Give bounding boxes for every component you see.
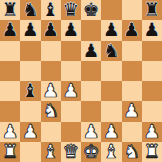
piece-white-pawn[interactable]: ♟ [42, 81, 59, 101]
square-h8[interactable]: ♜ [142, 0, 162, 20]
square-e8[interactable]: ♚ [81, 0, 101, 20]
square-c8[interactable]: ♝ [41, 0, 61, 20]
square-b7[interactable]: ♟ [20, 20, 40, 40]
square-f4[interactable] [101, 81, 121, 101]
square-f3[interactable] [101, 101, 121, 121]
square-g4[interactable] [122, 81, 142, 101]
piece-black-pawn[interactable]: ♟ [144, 20, 161, 40]
square-h3[interactable] [142, 101, 162, 121]
square-h4[interactable] [142, 81, 162, 101]
square-e4[interactable] [81, 81, 101, 101]
square-d2[interactable] [61, 122, 81, 142]
piece-black-pawn[interactable]: ♟ [42, 20, 59, 40]
square-h5[interactable] [142, 61, 162, 81]
piece-black-king[interactable]: ♚ [83, 0, 100, 20]
square-e7[interactable] [81, 20, 101, 40]
piece-black-bishop[interactable]: ♝ [42, 0, 59, 20]
square-f6[interactable]: ♞ [101, 41, 121, 61]
square-e6[interactable]: ♟ [81, 41, 101, 61]
piece-white-pawn[interactable]: ♟ [123, 101, 140, 121]
square-d5[interactable] [61, 61, 81, 81]
square-a3[interactable] [0, 101, 20, 121]
piece-white-bishop[interactable]: ♝ [103, 142, 120, 162]
square-c7[interactable]: ♟ [41, 20, 61, 40]
square-g6[interactable] [122, 41, 142, 61]
square-a6[interactable] [0, 41, 20, 61]
square-b4[interactable]: ♝ [20, 81, 40, 101]
square-g8[interactable] [122, 0, 142, 20]
square-b3[interactable] [20, 101, 40, 121]
square-c6[interactable] [41, 41, 61, 61]
square-h2[interactable]: ♟ [142, 122, 162, 142]
piece-white-pawn[interactable]: ♟ [63, 81, 80, 101]
square-f5[interactable] [101, 61, 121, 81]
piece-black-knight[interactable]: ♞ [22, 0, 39, 20]
square-f2[interactable]: ♟ [101, 122, 121, 142]
piece-black-pawn[interactable]: ♟ [123, 20, 140, 40]
piece-black-queen[interactable]: ♛ [63, 0, 80, 20]
square-b6[interactable] [20, 41, 40, 61]
square-a2[interactable]: ♟ [0, 122, 20, 142]
square-d7[interactable]: ♟ [61, 20, 81, 40]
square-c1[interactable]: ♝ [41, 142, 61, 162]
square-f8[interactable] [101, 0, 121, 20]
piece-white-pawn[interactable]: ♟ [103, 122, 120, 142]
square-g3[interactable]: ♟ [122, 101, 142, 121]
square-a4[interactable] [0, 81, 20, 101]
square-a1[interactable]: ♜ [0, 142, 20, 162]
piece-white-king[interactable]: ♚ [83, 142, 100, 162]
square-g7[interactable]: ♟ [122, 20, 142, 40]
piece-black-pawn[interactable]: ♟ [22, 20, 39, 40]
piece-white-knight[interactable]: ♞ [123, 142, 140, 162]
piece-white-knight[interactable]: ♞ [42, 101, 59, 121]
piece-black-bishop[interactable]: ♝ [22, 81, 39, 101]
square-b2[interactable]: ♟ [20, 122, 40, 142]
piece-white-rook[interactable]: ♜ [144, 142, 161, 162]
piece-black-pawn[interactable]: ♟ [63, 20, 80, 40]
square-b8[interactable]: ♞ [20, 0, 40, 20]
square-a5[interactable] [0, 61, 20, 81]
square-c2[interactable] [41, 122, 61, 142]
chess-board: ♜♞♝♛♚♜♟♟♟♟♟♟♟♟♞♝♟♟♞♟♟♟♟♟♟♜♝♛♚♝♞♜ [0, 0, 162, 162]
square-h6[interactable] [142, 41, 162, 61]
square-h1[interactable]: ♜ [142, 142, 162, 162]
piece-white-queen[interactable]: ♛ [63, 142, 80, 162]
piece-black-pawn[interactable]: ♟ [83, 41, 100, 61]
piece-black-pawn[interactable]: ♟ [103, 20, 120, 40]
square-e1[interactable]: ♚ [81, 142, 101, 162]
square-e2[interactable]: ♟ [81, 122, 101, 142]
square-b5[interactable] [20, 61, 40, 81]
square-g1[interactable]: ♞ [122, 142, 142, 162]
square-d3[interactable] [61, 101, 81, 121]
piece-white-pawn[interactable]: ♟ [22, 122, 39, 142]
piece-white-bishop[interactable]: ♝ [42, 142, 59, 162]
square-f1[interactable]: ♝ [101, 142, 121, 162]
square-d4[interactable]: ♟ [61, 81, 81, 101]
piece-white-pawn[interactable]: ♟ [83, 122, 100, 142]
square-a8[interactable]: ♜ [0, 0, 20, 20]
square-d1[interactable]: ♛ [61, 142, 81, 162]
square-c3[interactable]: ♞ [41, 101, 61, 121]
square-g5[interactable] [122, 61, 142, 81]
square-b1[interactable] [20, 142, 40, 162]
piece-white-rook[interactable]: ♜ [2, 142, 19, 162]
piece-black-rook[interactable]: ♜ [2, 0, 19, 20]
square-e5[interactable] [81, 61, 101, 81]
square-d8[interactable]: ♛ [61, 0, 81, 20]
square-f7[interactable]: ♟ [101, 20, 121, 40]
square-h7[interactable]: ♟ [142, 20, 162, 40]
square-d6[interactable] [61, 41, 81, 61]
piece-white-pawn[interactable]: ♟ [144, 122, 161, 142]
square-a7[interactable]: ♟ [0, 20, 20, 40]
square-e3[interactable] [81, 101, 101, 121]
square-c4[interactable]: ♟ [41, 81, 61, 101]
piece-black-rook[interactable]: ♜ [144, 0, 161, 20]
square-c5[interactable] [41, 61, 61, 81]
piece-black-knight[interactable]: ♞ [103, 41, 120, 61]
square-g2[interactable] [122, 122, 142, 142]
piece-white-pawn[interactable]: ♟ [2, 122, 19, 142]
piece-black-pawn[interactable]: ♟ [2, 20, 19, 40]
